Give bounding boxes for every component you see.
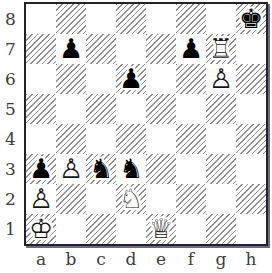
piece-white-pawn[interactable]: ♟♙ [206,64,236,94]
piece-black-pawn[interactable]: ♟ [116,64,146,94]
square-f4[interactable] [176,124,206,154]
square-b5[interactable] [56,94,86,124]
white-pawn-glyph: ♙ [26,184,56,214]
square-f1[interactable] [176,214,206,244]
square-d4[interactable] [116,124,146,154]
square-h1[interactable] [236,214,266,244]
rank-labels: 87654321 [0,4,21,244]
file-labels: abcdefgh [26,246,266,272]
square-c5[interactable] [86,94,116,124]
square-a1[interactable]: ♚♔ [26,214,56,244]
square-d8[interactable] [116,4,146,34]
square-f5[interactable] [176,94,206,124]
square-c1[interactable] [86,214,116,244]
black-pawn-glyph: ♟ [176,34,206,64]
file-label-g: g [206,246,236,272]
rank-label-1: 1 [0,214,21,244]
black-pawn-glyph: ♟ [56,34,86,64]
rank-label-7: 7 [0,34,21,64]
piece-white-rook[interactable]: ♜♖ [206,34,236,64]
rank-label-8: 8 [0,4,21,34]
white-queen-glyph: ♕ [146,214,176,244]
piece-black-pawn[interactable]: ♟ [56,34,86,64]
square-h4[interactable] [236,124,266,154]
square-d7[interactable] [116,34,146,64]
square-g4[interactable] [206,124,236,154]
file-label-h: h [236,246,266,272]
square-e7[interactable] [146,34,176,64]
piece-white-knight[interactable]: ♞♘ [116,184,146,214]
rank-label-4: 4 [0,124,21,154]
square-g1[interactable] [206,214,236,244]
square-f7[interactable]: ♟ [176,34,206,64]
square-h6[interactable] [236,64,266,94]
square-c6[interactable] [86,64,116,94]
chess-diagram: 87654321 ♚♟♟♜♖♟♟♙♟♟♙♞♞♟♙♞♘♚♔♛♕ abcdefgh [0,0,272,273]
square-g3[interactable] [206,154,236,184]
square-c3[interactable]: ♞ [86,154,116,184]
square-f6[interactable] [176,64,206,94]
white-pawn-glyph: ♙ [56,154,86,184]
square-e5[interactable] [146,94,176,124]
chess-board[interactable]: ♚♟♟♜♖♟♟♙♟♟♙♞♞♟♙♞♘♚♔♛♕ [24,2,268,246]
square-a5[interactable] [26,94,56,124]
rank-label-3: 3 [0,154,21,184]
square-h3[interactable] [236,154,266,184]
black-king-glyph: ♚ [236,4,266,34]
file-label-a: a [26,246,56,272]
square-a4[interactable] [26,124,56,154]
square-f3[interactable] [176,154,206,184]
square-d3[interactable]: ♞ [116,154,146,184]
square-h7[interactable] [236,34,266,64]
square-b4[interactable] [56,124,86,154]
square-f8[interactable] [176,4,206,34]
file-label-e: e [146,246,176,272]
square-e2[interactable] [146,184,176,214]
white-king-glyph: ♔ [26,214,56,244]
piece-white-pawn[interactable]: ♟♙ [26,184,56,214]
piece-black-pawn[interactable]: ♟ [26,154,56,184]
black-pawn-glyph: ♟ [26,154,56,184]
square-a6[interactable] [26,64,56,94]
square-b8[interactable] [56,4,86,34]
square-e6[interactable] [146,64,176,94]
piece-white-king[interactable]: ♚♔ [26,214,56,244]
black-knight-glyph: ♞ [86,154,116,184]
file-label-b: b [56,246,86,272]
file-label-c: c [86,246,116,272]
square-a2[interactable]: ♟♙ [26,184,56,214]
square-b7[interactable]: ♟ [56,34,86,64]
square-e4[interactable] [146,124,176,154]
white-knight-glyph: ♘ [116,184,146,214]
file-label-d: d [116,246,146,272]
square-c7[interactable] [86,34,116,64]
rank-label-6: 6 [0,64,21,94]
square-c4[interactable] [86,124,116,154]
piece-black-knight[interactable]: ♞ [86,154,116,184]
black-pawn-glyph: ♟ [116,64,146,94]
rank-label-5: 5 [0,94,21,124]
square-d1[interactable] [116,214,146,244]
square-g5[interactable] [206,94,236,124]
white-pawn-glyph: ♙ [206,64,236,94]
piece-black-king[interactable]: ♚ [236,4,266,34]
square-e1[interactable]: ♛♕ [146,214,176,244]
black-knight-glyph: ♞ [116,154,146,184]
square-e3[interactable] [146,154,176,184]
square-a3[interactable]: ♟ [26,154,56,184]
square-c8[interactable] [86,4,116,34]
piece-black-pawn[interactable]: ♟ [176,34,206,64]
square-b6[interactable] [56,64,86,94]
white-rook-glyph: ♖ [206,34,236,64]
piece-white-queen[interactable]: ♛♕ [146,214,176,244]
square-h8[interactable]: ♚ [236,4,266,34]
rank-label-2: 2 [0,184,21,214]
square-e8[interactable] [146,4,176,34]
square-b2[interactable] [56,184,86,214]
square-h2[interactable] [236,184,266,214]
square-g8[interactable] [206,4,236,34]
square-a7[interactable] [26,34,56,64]
square-d5[interactable] [116,94,146,124]
square-c2[interactable] [86,184,116,214]
square-g7[interactable]: ♜♖ [206,34,236,64]
piece-black-knight[interactable]: ♞ [116,154,146,184]
square-g6[interactable]: ♟♙ [206,64,236,94]
square-d6[interactable]: ♟ [116,64,146,94]
square-d2[interactable]: ♞♘ [116,184,146,214]
square-f2[interactable] [176,184,206,214]
square-a8[interactable] [26,4,56,34]
file-label-f: f [176,246,206,272]
square-b1[interactable] [56,214,86,244]
piece-white-pawn[interactable]: ♟♙ [56,154,86,184]
square-b3[interactable]: ♟♙ [56,154,86,184]
square-g2[interactable] [206,184,236,214]
square-h5[interactable] [236,94,266,124]
